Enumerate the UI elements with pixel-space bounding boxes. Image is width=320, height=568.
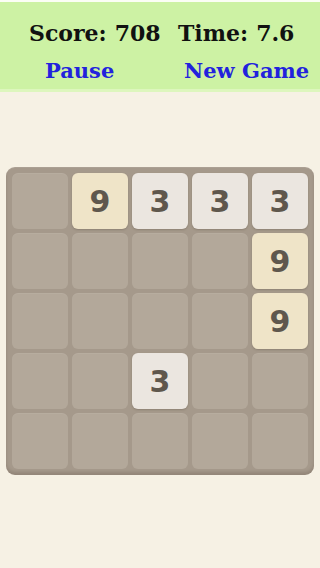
board-cell <box>72 293 128 349</box>
board-cell: 3 <box>192 173 248 229</box>
score-display: Score: 708 <box>29 20 161 46</box>
board-cell <box>192 353 248 409</box>
time-label: Time: <box>178 20 248 46</box>
board-cell <box>192 413 248 469</box>
board-cell <box>12 233 68 289</box>
board-cell <box>12 293 68 349</box>
time-display: Time: 7.6 <box>178 20 294 46</box>
board-cell <box>192 233 248 289</box>
board-cell <box>72 233 128 289</box>
board-cell <box>132 293 188 349</box>
time-value: 7.6 <box>256 20 294 46</box>
board-cell <box>132 413 188 469</box>
board-cell: 9 <box>252 293 308 349</box>
board-cell <box>132 233 188 289</box>
board-cell <box>12 353 68 409</box>
board-cell: 3 <box>252 173 308 229</box>
board-cell <box>72 413 128 469</box>
board-cell: 9 <box>72 173 128 229</box>
new-game-button[interactable]: New Game <box>184 58 309 83</box>
score-value: 708 <box>115 20 161 46</box>
game-board[interactable]: 9 3 3 3 9 9 3 <box>6 167 314 475</box>
score-label: Score: <box>29 20 107 46</box>
board-cell <box>252 413 308 469</box>
pause-button[interactable]: Pause <box>45 58 114 83</box>
board-cell <box>252 353 308 409</box>
board-cell: 3 <box>132 353 188 409</box>
board-cell <box>192 293 248 349</box>
board-cell <box>12 173 68 229</box>
board-cell: 3 <box>132 173 188 229</box>
board-cell <box>72 353 128 409</box>
header: Score: 708 Time: 7.6 Pause New Game <box>0 2 320 92</box>
board-cell: 9 <box>252 233 308 289</box>
board-cell <box>12 413 68 469</box>
